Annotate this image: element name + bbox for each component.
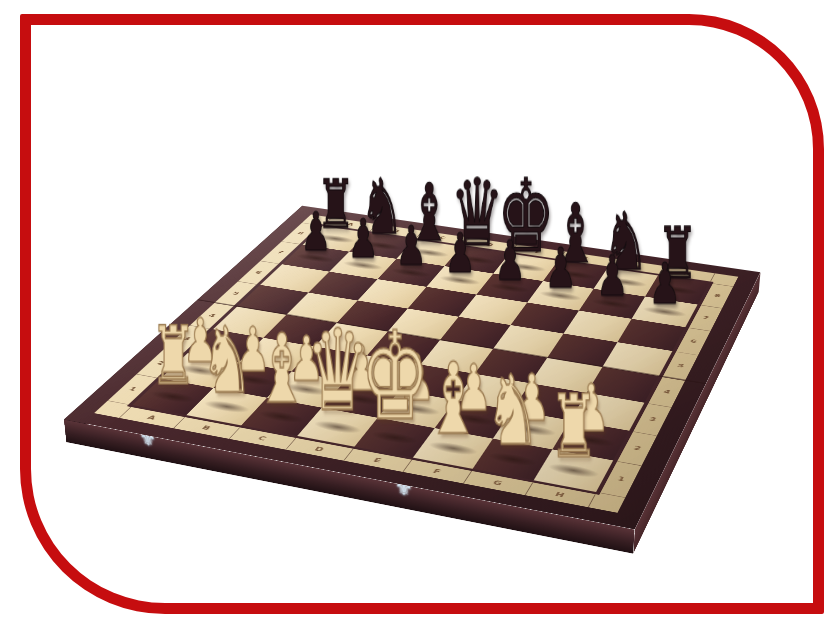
clasp-icon: ⚜ [138, 426, 157, 450]
piece-white-rook-h1[interactable]: ♜ [536, 384, 611, 470]
piece-black-pawn-h7[interactable]: ♟ [633, 255, 696, 312]
product-photo: ⚜⚜ AA88BB77CC66DD55EE44FF33GG22HH11♜♞♝♛♚… [0, 0, 840, 630]
clasp-icon: ⚜ [394, 475, 413, 500]
